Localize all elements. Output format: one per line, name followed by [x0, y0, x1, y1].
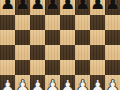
square-r3c3[interactable] [45, 45, 60, 60]
square-r2c3[interactable] [45, 30, 60, 45]
square-r4c6[interactable] [90, 60, 105, 75]
square-r2c6[interactable] [90, 30, 105, 45]
square-r3c7[interactable] [105, 45, 120, 60]
chess-board: ♟♟♟♟♟♟♟♟♟♟♟♟♟♟♟♟ [0, 0, 120, 90]
square-r0c0[interactable]: ♟ [0, 0, 15, 15]
square-r3c1[interactable] [15, 45, 30, 60]
white-pawn[interactable]: ♟ [90, 79, 105, 90]
square-r4c5[interactable] [75, 60, 90, 75]
square-r0c5[interactable]: ♟ [75, 0, 90, 15]
square-r4c7[interactable] [105, 60, 120, 75]
square-r0c2[interactable]: ♟ [30, 0, 45, 15]
square-r3c5[interactable] [75, 45, 90, 60]
square-r0c1[interactable]: ♟ [15, 0, 30, 15]
square-r0c4[interactable]: ♟ [60, 0, 75, 15]
white-pawn[interactable]: ♟ [30, 79, 45, 90]
black-pawn[interactable]: ♟ [105, 0, 120, 11]
square-r4c1[interactable] [15, 60, 30, 75]
square-r4c2[interactable] [30, 60, 45, 75]
square-r3c6[interactable] [90, 45, 105, 60]
black-pawn[interactable]: ♟ [45, 0, 60, 11]
square-r5c0[interactable]: ♟ [0, 75, 15, 90]
white-pawn[interactable]: ♟ [45, 79, 60, 90]
white-pawn[interactable]: ♟ [0, 79, 15, 90]
square-r4c3[interactable] [45, 60, 60, 75]
square-r5c3[interactable]: ♟ [45, 75, 60, 90]
square-r0c6[interactable]: ♟ [90, 0, 105, 15]
square-r5c4[interactable]: ♟ [60, 75, 75, 90]
square-r0c3[interactable]: ♟ [45, 0, 60, 15]
square-r1c4[interactable] [60, 15, 75, 30]
square-r5c6[interactable]: ♟ [90, 75, 105, 90]
square-r1c5[interactable] [75, 15, 90, 30]
white-pawn[interactable]: ♟ [60, 79, 75, 90]
square-r2c4[interactable] [60, 30, 75, 45]
square-r5c2[interactable]: ♟ [30, 75, 45, 90]
square-r1c7[interactable] [105, 15, 120, 30]
black-pawn[interactable]: ♟ [75, 0, 90, 11]
square-r2c7[interactable] [105, 30, 120, 45]
square-r2c1[interactable] [15, 30, 30, 45]
white-pawn[interactable]: ♟ [15, 79, 30, 90]
square-r3c0[interactable] [0, 45, 15, 60]
square-r5c5[interactable]: ♟ [75, 75, 90, 90]
square-r1c1[interactable] [15, 15, 30, 30]
black-pawn[interactable]: ♟ [60, 0, 75, 11]
square-r1c6[interactable] [90, 15, 105, 30]
square-r4c0[interactable] [0, 60, 15, 75]
square-r0c7[interactable]: ♟ [105, 0, 120, 15]
white-pawn[interactable]: ♟ [105, 79, 120, 90]
black-pawn[interactable]: ♟ [0, 0, 15, 11]
square-r5c7[interactable]: ♟ [105, 75, 120, 90]
square-r2c5[interactable] [75, 30, 90, 45]
square-r2c0[interactable] [0, 30, 15, 45]
square-r1c0[interactable] [0, 15, 15, 30]
square-r2c2[interactable] [30, 30, 45, 45]
square-r4c4[interactable] [60, 60, 75, 75]
square-r5c1[interactable]: ♟ [15, 75, 30, 90]
white-pawn[interactable]: ♟ [75, 79, 90, 90]
square-r1c2[interactable] [30, 15, 45, 30]
black-pawn[interactable]: ♟ [30, 0, 45, 11]
square-r3c2[interactable] [30, 45, 45, 60]
square-r1c3[interactable] [45, 15, 60, 30]
black-pawn[interactable]: ♟ [15, 0, 30, 11]
black-pawn[interactable]: ♟ [90, 0, 105, 11]
square-r3c4[interactable] [60, 45, 75, 60]
